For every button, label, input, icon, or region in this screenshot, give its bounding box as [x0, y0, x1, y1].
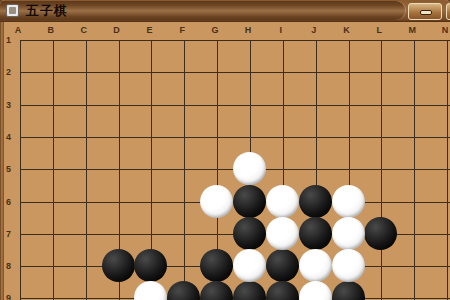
window-title: 五子棋 [26, 0, 68, 22]
stone-white-I6 [266, 185, 299, 218]
stone-white-G6 [200, 185, 233, 218]
stone-white-J9 [299, 281, 332, 300]
stone-white-H5 [233, 152, 266, 185]
stone-black-G9 [200, 281, 233, 300]
minimize-button[interactable] [408, 3, 442, 20]
col-label-D: D [109, 23, 125, 37]
col-label-F: F [174, 23, 190, 37]
col-label-L: L [371, 23, 387, 37]
col-label-K: K [339, 23, 355, 37]
title-bar[interactable]: 五子棋 [0, 0, 450, 22]
minimize-icon [420, 10, 432, 15]
stone-black-J7 [299, 217, 332, 250]
stone-white-H8 [233, 249, 266, 282]
col-label-C: C [76, 23, 92, 37]
col-label-N: N [437, 23, 450, 37]
stone-black-D8 [102, 249, 135, 282]
gomoku-window: ABCDEFGHIJKLMN123456789 五子棋 [0, 0, 450, 300]
stone-white-K8 [332, 249, 365, 282]
window-left-border [0, 21, 4, 300]
col-label-G: G [207, 23, 223, 37]
stone-white-K7 [332, 217, 365, 250]
app-icon [6, 4, 19, 17]
stone-black-L7 [364, 217, 397, 250]
col-label-E: E [141, 23, 157, 37]
stone-black-K9 [332, 281, 365, 300]
stone-white-K6 [332, 185, 365, 218]
maximize-button[interactable] [446, 3, 450, 20]
stone-black-G8 [200, 249, 233, 282]
board[interactable]: ABCDEFGHIJKLMN123456789 [0, 0, 450, 300]
stone-black-F9 [167, 281, 200, 300]
col-label-I: I [273, 23, 289, 37]
stone-black-J6 [299, 185, 332, 218]
grid-line-row-1 [20, 40, 450, 41]
stone-black-H9 [233, 281, 266, 300]
grid-line-row-4 [20, 137, 450, 138]
col-label-M: M [404, 23, 420, 37]
stone-black-H7 [233, 217, 266, 250]
stone-black-H6 [233, 185, 266, 218]
col-label-B: B [43, 23, 59, 37]
stone-white-E9 [134, 281, 167, 300]
col-label-J: J [306, 23, 322, 37]
stone-white-J8 [299, 249, 332, 282]
grid-line-row-3 [20, 105, 450, 106]
col-label-H: H [240, 23, 256, 37]
stone-black-I8 [266, 249, 299, 282]
stone-black-I9 [266, 281, 299, 300]
stone-black-E8 [134, 249, 167, 282]
stone-white-I7 [266, 217, 299, 250]
grid-line-row-2 [20, 72, 450, 73]
